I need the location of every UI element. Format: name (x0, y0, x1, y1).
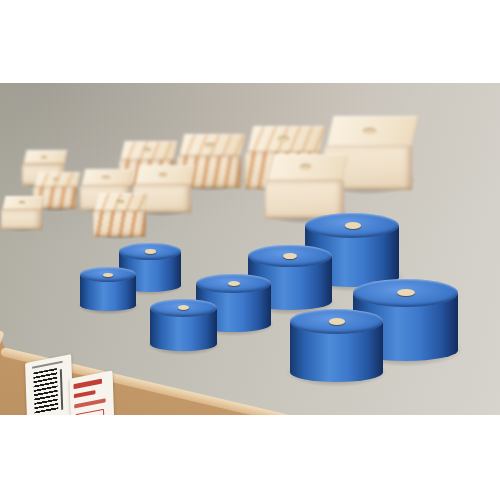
sticker-text-line (74, 390, 95, 398)
peg-hole-dot (345, 222, 361, 229)
peg-hole-dot (283, 253, 297, 259)
peg-hole-dot (145, 249, 156, 253)
sticker-text-line (32, 361, 63, 369)
cube-front (1, 210, 42, 230)
peg-hole-dot (103, 273, 113, 277)
blue-piece-c3[interactable] (80, 267, 136, 311)
peg-hole-dot (178, 305, 189, 310)
white-matte-bottom (0, 415, 500, 500)
photo-frame: { "game": "checkers", "board": { "grid":… (0, 0, 500, 500)
peg-hole-dot (116, 200, 124, 204)
white-matte-top (0, 0, 500, 83)
sticker-text-line (75, 398, 106, 408)
photo-area (0, 83, 500, 415)
red-text-sticker (69, 370, 114, 415)
wood-piece-g7[interactable] (265, 154, 343, 220)
barcode-icon (34, 368, 59, 415)
blue-piece-f2[interactable] (290, 309, 382, 381)
peg-hole-dot (329, 318, 345, 324)
cube-front (93, 211, 145, 237)
sticker-text-line (60, 369, 63, 410)
sticker-text-line (74, 379, 103, 390)
barcode-sticker (25, 354, 74, 415)
peg-hole-dot (228, 281, 241, 286)
wood-piece-b6[interactable] (1, 196, 42, 230)
peg-hole-dot (102, 176, 110, 180)
blue-piece-d2[interactable] (150, 299, 217, 351)
peg-hole-dot (205, 143, 215, 148)
peg-hole-dot (278, 136, 289, 142)
wood-piece-d6[interactable] (93, 193, 145, 237)
